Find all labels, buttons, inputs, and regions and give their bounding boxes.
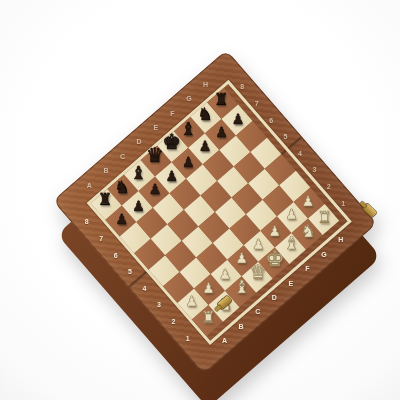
file-label-c-near: C	[252, 305, 264, 317]
white-rook[interactable]: ♜	[314, 207, 336, 229]
product-photo-stage: AABBCCDDEEFFGGHH1122334455667788 ♜♞♝♛♚♝♞…	[0, 0, 400, 400]
rank-label-8-near: 8	[81, 215, 93, 227]
board-frame: AABBCCDDEEFFGGHH1122334455667788 ♜♞♝♛♚♝♞…	[53, 50, 377, 374]
file-label-b-near: B	[235, 320, 247, 332]
file-label-b-far: B	[100, 164, 112, 176]
rank-label-7-near: 7	[95, 232, 107, 244]
chess-board: AABBCCDDEEFFGGHH1122334455667788 ♜♞♝♛♚♝♞…	[53, 50, 377, 374]
file-label-h-near: H	[335, 233, 347, 245]
file-label-a-near: A	[218, 334, 230, 346]
file-label-h-far: H	[200, 78, 212, 90]
file-label-f-near: F	[301, 262, 313, 274]
chess-box: AABBCCDDEEFFGGHH1122334455667788 ♜♞♝♛♚♝♞…	[0, 0, 400, 400]
file-label-c-far: C	[117, 150, 129, 162]
rank-label-6-near: 6	[110, 249, 122, 261]
file-label-g-near: G	[318, 248, 330, 260]
file-label-f-far: F	[166, 107, 178, 119]
rank-label-2-near: 2	[167, 315, 179, 327]
rank-label-1-near: 1	[182, 332, 194, 344]
file-label-d-near: D	[268, 291, 280, 303]
file-label-e-near: E	[285, 277, 297, 289]
rank-label-3-near: 3	[153, 298, 165, 310]
rank-label-5-near: 5	[124, 265, 136, 277]
rank-label-4-near: 4	[138, 282, 150, 294]
